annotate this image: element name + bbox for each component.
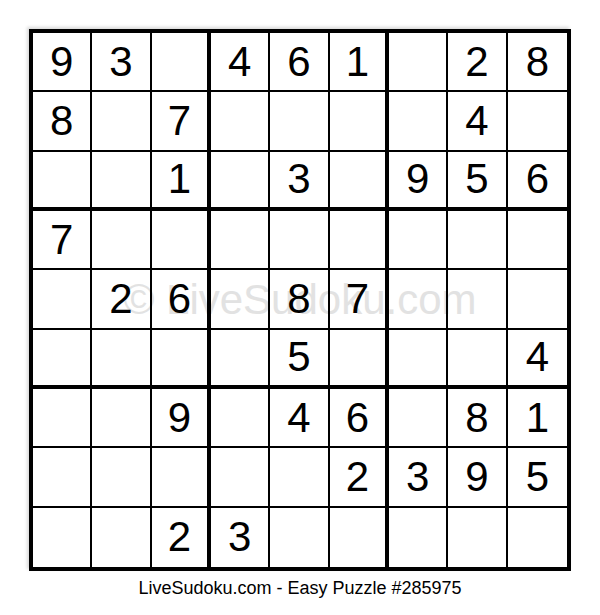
cell-r7c3[interactable]: 9 <box>152 389 211 448</box>
cell-r9c1[interactable] <box>33 508 92 567</box>
cell-r8c6[interactable]: 2 <box>330 448 389 507</box>
cell-r5c5[interactable]: 8 <box>270 270 329 329</box>
cell-r3c8[interactable]: 5 <box>448 152 507 211</box>
cell-r2c8[interactable]: 4 <box>448 92 507 151</box>
cell-r1c8[interactable]: 2 <box>448 33 507 92</box>
cell-r1c9[interactable]: 8 <box>508 33 567 92</box>
cell-r6c7[interactable] <box>389 330 448 389</box>
cell-r9c2[interactable] <box>92 508 151 567</box>
cell-r5c7[interactable] <box>389 270 448 329</box>
cell-r3c5[interactable]: 3 <box>270 152 329 211</box>
sudoku-board: © LiveSudoku.com 93461288741395672687549… <box>29 29 571 571</box>
cell-r3c7[interactable]: 9 <box>389 152 448 211</box>
cell-r4c8[interactable] <box>448 211 507 270</box>
cell-r3c2[interactable] <box>92 152 151 211</box>
cell-r4c6[interactable] <box>330 211 389 270</box>
cell-r7c4[interactable] <box>211 389 270 448</box>
cell-r2c6[interactable] <box>330 92 389 151</box>
cell-r4c2[interactable] <box>92 211 151 270</box>
cell-r3c6[interactable] <box>330 152 389 211</box>
caption: LiveSudoku.com - Easy Puzzle #285975 <box>0 578 600 599</box>
cell-r4c3[interactable] <box>152 211 211 270</box>
cell-r3c4[interactable] <box>211 152 270 211</box>
cell-r8c5[interactable] <box>270 448 329 507</box>
cell-r9c8[interactable] <box>448 508 507 567</box>
cell-r1c1[interactable]: 9 <box>33 33 92 92</box>
cell-r1c3[interactable] <box>152 33 211 92</box>
cell-r1c7[interactable] <box>389 33 448 92</box>
cell-r5c1[interactable] <box>33 270 92 329</box>
cell-r8c4[interactable] <box>211 448 270 507</box>
cell-r6c1[interactable] <box>33 330 92 389</box>
cell-r4c7[interactable] <box>389 211 448 270</box>
cell-r8c3[interactable] <box>152 448 211 507</box>
cell-r3c3[interactable]: 1 <box>152 152 211 211</box>
cell-r5c9[interactable] <box>508 270 567 329</box>
cell-r2c3[interactable]: 7 <box>152 92 211 151</box>
cell-r7c8[interactable]: 8 <box>448 389 507 448</box>
cell-r1c4[interactable]: 4 <box>211 33 270 92</box>
cell-r4c9[interactable] <box>508 211 567 270</box>
cell-r9c3[interactable]: 2 <box>152 508 211 567</box>
cell-r9c5[interactable] <box>270 508 329 567</box>
cell-r1c2[interactable]: 3 <box>92 33 151 92</box>
cell-r7c6[interactable]: 6 <box>330 389 389 448</box>
cell-r8c8[interactable]: 9 <box>448 448 507 507</box>
cell-r7c1[interactable] <box>33 389 92 448</box>
cell-r7c5[interactable]: 4 <box>270 389 329 448</box>
cell-r8c1[interactable] <box>33 448 92 507</box>
cell-r8c2[interactable] <box>92 448 151 507</box>
cell-r1c5[interactable]: 6 <box>270 33 329 92</box>
cell-r6c3[interactable] <box>152 330 211 389</box>
cell-r8c7[interactable]: 3 <box>389 448 448 507</box>
cell-r2c1[interactable]: 8 <box>33 92 92 151</box>
cell-r9c9[interactable] <box>508 508 567 567</box>
puzzle-page: © LiveSudoku.com 93461288741395672687549… <box>0 0 600 615</box>
cell-r6c6[interactable] <box>330 330 389 389</box>
cell-r9c4[interactable]: 3 <box>211 508 270 567</box>
cell-r3c9[interactable]: 6 <box>508 152 567 211</box>
sudoku-grid: 934612887413956726875494681239523 <box>33 33 567 567</box>
cell-r2c4[interactable] <box>211 92 270 151</box>
cell-r5c3[interactable]: 6 <box>152 270 211 329</box>
cell-r6c4[interactable] <box>211 330 270 389</box>
cell-r1c6[interactable]: 1 <box>330 33 389 92</box>
cell-r4c4[interactable] <box>211 211 270 270</box>
cell-r4c1[interactable]: 7 <box>33 211 92 270</box>
cell-r2c9[interactable] <box>508 92 567 151</box>
cell-r7c2[interactable] <box>92 389 151 448</box>
cell-r7c9[interactable]: 1 <box>508 389 567 448</box>
cell-r2c5[interactable] <box>270 92 329 151</box>
cell-r6c2[interactable] <box>92 330 151 389</box>
cell-r6c9[interactable]: 4 <box>508 330 567 389</box>
cell-r3c1[interactable] <box>33 152 92 211</box>
cell-r5c4[interactable] <box>211 270 270 329</box>
cell-r5c8[interactable] <box>448 270 507 329</box>
cell-r5c6[interactable]: 7 <box>330 270 389 329</box>
cell-r9c7[interactable] <box>389 508 448 567</box>
cell-r6c5[interactable]: 5 <box>270 330 329 389</box>
cell-r2c7[interactable] <box>389 92 448 151</box>
cell-r9c6[interactable] <box>330 508 389 567</box>
cell-r8c9[interactable]: 5 <box>508 448 567 507</box>
cell-r4c5[interactable] <box>270 211 329 270</box>
cell-r6c8[interactable] <box>448 330 507 389</box>
cell-r7c7[interactable] <box>389 389 448 448</box>
cell-r5c2[interactable]: 2 <box>92 270 151 329</box>
cell-r2c2[interactable] <box>92 92 151 151</box>
